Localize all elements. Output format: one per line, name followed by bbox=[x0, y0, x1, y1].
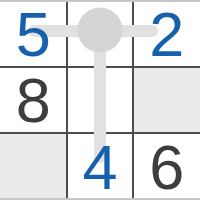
digit-r0c2: 2 bbox=[133, 0, 200, 67]
digit-r1c1 bbox=[67, 67, 134, 134]
digit-r0c0: 5 bbox=[0, 0, 67, 67]
digit-r2c2: 6 bbox=[133, 133, 200, 200]
digit-r1c2 bbox=[133, 67, 200, 134]
sudoku-board: 52846 bbox=[0, 0, 200, 200]
digit-r0c1 bbox=[67, 0, 134, 67]
digit-r2c0 bbox=[0, 133, 67, 200]
digit-r2c1: 4 bbox=[67, 133, 134, 200]
digit-r1c0: 8 bbox=[0, 67, 67, 134]
digit-layer: 52846 bbox=[0, 0, 200, 200]
